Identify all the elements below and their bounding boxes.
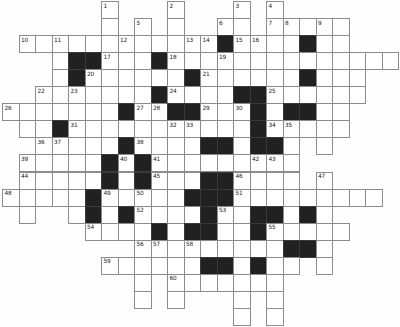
cell-r12c7[interactable]: 49	[101, 189, 119, 207]
cell-r6c6[interactable]	[85, 86, 103, 104]
black-cell-r9c8	[118, 137, 136, 155]
clue-number-31: 31	[71, 122, 78, 128]
cell-r7c9[interactable]: 27	[134, 103, 152, 121]
cell-r10c3[interactable]	[35, 154, 53, 172]
clue-number-30: 30	[236, 105, 243, 111]
crossword-grid: 1234567891011121314151617181920212223242…	[0, 0, 400, 327]
cell-r9c6[interactable]	[85, 137, 103, 155]
cell-r10c14[interactable]	[217, 154, 235, 172]
clue-number-10: 10	[21, 37, 28, 43]
cell-r3c17[interactable]	[266, 35, 284, 53]
black-cell-r4c10	[151, 52, 169, 70]
cell-r16c8[interactable]	[118, 257, 136, 275]
cell-r3c18[interactable]	[283, 35, 301, 53]
cell-r5c17[interactable]	[266, 69, 284, 87]
clue-number-48: 48	[5, 190, 12, 196]
cell-r8c19[interactable]	[299, 120, 317, 138]
clue-number-53: 53	[219, 207, 226, 213]
cell-r16c10[interactable]	[151, 257, 169, 275]
black-cell-r12c13	[200, 189, 218, 207]
clue-number-24: 24	[170, 88, 177, 94]
cell-r9c18[interactable]	[283, 137, 301, 155]
cell-r2c9[interactable]: 5	[134, 18, 152, 36]
cell-r9c11[interactable]	[167, 137, 185, 155]
cell-r12c17[interactable]	[266, 189, 284, 207]
cell-r12c22[interactable]	[349, 189, 367, 207]
cell-r11c20[interactable]: 47	[316, 172, 334, 190]
clue-number-19: 19	[219, 54, 226, 60]
cell-r3c10[interactable]	[151, 35, 169, 53]
cell-r17c9[interactable]	[134, 274, 152, 292]
cell-r14c8[interactable]	[118, 223, 136, 241]
cell-r4c9[interactable]	[134, 52, 152, 70]
cell-r4c23[interactable]	[365, 52, 383, 70]
clue-number-45: 45	[153, 173, 160, 179]
clue-number-55: 55	[269, 224, 276, 230]
clue-number-5: 5	[137, 20, 140, 26]
black-cell-r13c19	[299, 206, 317, 224]
clue-number-36: 36	[38, 139, 45, 145]
cell-r11c5[interactable]	[68, 172, 86, 190]
cell-r5c16[interactable]	[250, 69, 268, 87]
cell-r14c6[interactable]: 54	[85, 223, 103, 241]
black-cell-r8c4	[52, 120, 70, 138]
cell-r6c12[interactable]	[184, 86, 202, 104]
black-cell-r9c16	[250, 137, 268, 155]
cell-r14c21[interactable]	[332, 223, 350, 241]
cell-r10c6[interactable]	[85, 154, 103, 172]
clue-number-8: 8	[285, 20, 288, 26]
cell-r10c12[interactable]	[184, 154, 202, 172]
cell-r10c17[interactable]: 43	[266, 154, 284, 172]
cell-r10c15[interactable]	[233, 154, 251, 172]
cell-r7c15[interactable]: 30	[233, 103, 251, 121]
cell-r8c8[interactable]	[118, 120, 136, 138]
crossword-puzzle: 1234567891011121314151617181920212223242…	[0, 0, 400, 327]
cell-r6c18[interactable]	[283, 86, 301, 104]
clue-number-38: 38	[137, 139, 144, 145]
cell-r13c5[interactable]	[68, 206, 86, 224]
clue-number-49: 49	[104, 190, 111, 196]
cell-r12c10[interactable]	[151, 189, 169, 207]
cell-r12c19[interactable]	[299, 189, 317, 207]
clue-number-26: 26	[5, 105, 12, 111]
cell-r16c15[interactable]	[233, 257, 251, 275]
cell-r12c8[interactable]	[118, 189, 136, 207]
cell-r8c6[interactable]	[85, 120, 103, 138]
cell-r14c18[interactable]	[283, 223, 301, 241]
cell-r5c15[interactable]	[233, 69, 251, 87]
cell-r5c18[interactable]	[283, 69, 301, 87]
cell-r4c21[interactable]	[332, 52, 350, 70]
cell-r14c19[interactable]	[299, 223, 317, 241]
clue-number-25: 25	[269, 88, 276, 94]
cell-r3c16[interactable]: 16	[250, 35, 268, 53]
cell-r9c5[interactable]	[68, 137, 86, 155]
cell-r3c4[interactable]: 11	[52, 35, 70, 53]
black-cell-r16c14	[217, 257, 235, 275]
clue-number-41: 41	[153, 156, 160, 162]
cell-r10c5[interactable]	[68, 154, 86, 172]
cell-r15c14[interactable]	[217, 240, 235, 258]
cell-r2c17[interactable]: 7	[266, 18, 284, 36]
black-cell-r11c9	[134, 172, 152, 190]
cell-r2c11[interactable]	[167, 18, 185, 36]
clue-number-42: 42	[252, 156, 259, 162]
clue-number-18: 18	[170, 54, 177, 60]
cell-r12c21[interactable]	[332, 189, 350, 207]
cell-r11c12[interactable]	[184, 172, 202, 190]
cell-r16c9[interactable]	[134, 257, 152, 275]
cell-r10c2[interactable]: 39	[19, 154, 37, 172]
cell-r3c5[interactable]	[68, 35, 86, 53]
cell-r4c22[interactable]	[349, 52, 367, 70]
cell-r5c6[interactable]: 20	[85, 69, 103, 87]
cell-r4c15[interactable]	[233, 52, 251, 70]
clue-number-34: 34	[269, 122, 276, 128]
cell-r12c9[interactable]: 50	[134, 189, 152, 207]
cell-r6c8[interactable]	[118, 86, 136, 104]
cell-r17c12[interactable]	[184, 274, 202, 292]
cell-r14c7[interactable]	[101, 223, 119, 241]
cell-r11c2[interactable]: 44	[19, 172, 37, 190]
cell-r10c8[interactable]: 40	[118, 154, 136, 172]
cell-r15c13[interactable]	[200, 240, 218, 258]
black-cell-r11c13	[200, 172, 218, 190]
cell-r8c17[interactable]: 34	[266, 120, 284, 138]
cell-r4c8[interactable]	[118, 52, 136, 70]
cell-r2c20[interactable]: 9	[316, 18, 334, 36]
cell-r11c15[interactable]: 46	[233, 172, 251, 190]
cell-r15c15[interactable]	[233, 240, 251, 258]
cell-r10c4[interactable]	[52, 154, 70, 172]
cell-r15c12[interactable]: 58	[184, 240, 202, 258]
cell-r7c20[interactable]	[316, 103, 334, 121]
cell-r7c1[interactable]: 26	[2, 103, 20, 121]
cell-r11c11[interactable]	[167, 172, 185, 190]
cell-r11c17[interactable]	[266, 172, 284, 190]
cell-r11c16[interactable]	[250, 172, 268, 190]
black-cell-r12c14	[217, 189, 235, 207]
cell-r1c11[interactable]: 2	[167, 1, 185, 19]
cell-r8c3[interactable]	[35, 120, 53, 138]
cell-r5c20[interactable]	[316, 69, 334, 87]
cell-r6c9[interactable]	[134, 86, 152, 104]
cell-r17c11[interactable]: 60	[167, 274, 185, 292]
cell-r13c11[interactable]	[167, 206, 185, 224]
clue-number-6: 6	[219, 20, 222, 26]
cell-r16c17[interactable]	[266, 257, 284, 275]
cell-r11c6[interactable]	[85, 172, 103, 190]
cell-r4c12[interactable]	[184, 52, 202, 70]
cell-r9c4[interactable]: 37	[52, 137, 70, 155]
cell-r8c14[interactable]	[217, 120, 235, 138]
black-cell-r9c17	[266, 137, 284, 155]
cell-r6c22[interactable]	[349, 86, 367, 104]
cell-r7c2[interactable]	[19, 103, 37, 121]
clue-number-15: 15	[236, 37, 243, 43]
cell-r13c18[interactable]	[283, 206, 301, 224]
cell-r16c20[interactable]	[316, 257, 334, 275]
cell-r6c17[interactable]: 25	[266, 86, 284, 104]
cell-r8c21[interactable]	[332, 120, 350, 138]
cell-r9c3[interactable]: 36	[35, 137, 53, 155]
cell-r8c13[interactable]	[200, 120, 218, 138]
cell-r7c3[interactable]	[35, 103, 53, 121]
cell-r5c10[interactable]	[151, 69, 169, 87]
clue-number-3: 3	[236, 3, 239, 9]
cell-r13c2[interactable]	[19, 206, 37, 224]
cell-r4c16[interactable]	[250, 52, 268, 70]
clue-number-60: 60	[170, 275, 177, 281]
cell-r2c7[interactable]	[101, 18, 119, 36]
clue-number-44: 44	[21, 173, 28, 179]
cell-r7c10[interactable]: 28	[151, 103, 169, 121]
cell-r8c7[interactable]	[101, 120, 119, 138]
cell-r4c7[interactable]: 17	[101, 52, 119, 70]
cell-r3c7[interactable]	[101, 35, 119, 53]
clue-number-43: 43	[269, 156, 276, 162]
cell-r13c15[interactable]	[233, 206, 251, 224]
cell-r3c2[interactable]: 10	[19, 35, 37, 53]
cell-r12c2[interactable]	[19, 189, 37, 207]
black-cell-r4c6	[85, 52, 103, 70]
cell-r8c20[interactable]	[316, 120, 334, 138]
cell-r18c17[interactable]	[266, 291, 284, 309]
black-cell-r3c14	[217, 35, 235, 53]
black-cell-r8c16	[250, 120, 268, 138]
cell-r4c17[interactable]	[266, 52, 284, 70]
cell-r7c14[interactable]	[217, 103, 235, 121]
cell-r6c4[interactable]	[52, 86, 70, 104]
cell-r2c19[interactable]	[299, 18, 317, 36]
black-cell-r13c17	[266, 206, 284, 224]
cell-r16c12[interactable]	[184, 257, 202, 275]
cell-r6c3[interactable]: 22	[35, 86, 53, 104]
cell-r12c1[interactable]: 48	[2, 189, 20, 207]
cell-r19c15[interactable]	[233, 308, 251, 326]
cell-r18c15[interactable]	[233, 291, 251, 309]
cell-r3c20[interactable]	[316, 35, 334, 53]
cell-r4c20[interactable]	[316, 52, 334, 70]
black-cell-r15c18	[283, 240, 301, 258]
cell-r6c14[interactable]	[217, 86, 235, 104]
cell-r7c4[interactable]	[52, 103, 70, 121]
cell-r16c7[interactable]: 59	[101, 257, 119, 275]
cell-r17c15[interactable]	[233, 274, 251, 292]
cell-r12c11[interactable]	[167, 189, 185, 207]
cell-r7c6[interactable]	[85, 103, 103, 121]
cell-r1c15[interactable]: 3	[233, 1, 251, 19]
cell-r16c11[interactable]	[167, 257, 185, 275]
cell-r5c13[interactable]: 21	[200, 69, 218, 87]
cell-r4c19[interactable]	[299, 52, 317, 70]
cell-r2c21[interactable]	[332, 18, 350, 36]
cell-r17c17[interactable]	[266, 274, 284, 292]
cell-r14c15[interactable]	[233, 223, 251, 241]
cell-r9c20[interactable]	[316, 137, 334, 155]
cell-r13c12[interactable]	[184, 206, 202, 224]
cell-r3c13[interactable]: 14	[200, 35, 218, 53]
clue-number-9: 9	[318, 20, 321, 26]
black-cell-r7c8	[118, 103, 136, 121]
cell-r9c10[interactable]	[151, 137, 169, 155]
cell-r8c9[interactable]	[134, 120, 152, 138]
black-cell-r14c10	[151, 223, 169, 241]
cell-r7c13[interactable]: 29	[200, 103, 218, 121]
clue-number-16: 16	[252, 37, 259, 43]
cell-r10c16[interactable]: 42	[250, 154, 268, 172]
cell-r8c2[interactable]	[19, 120, 37, 138]
cell-r5c7[interactable]	[101, 69, 119, 87]
cell-r5c9[interactable]	[134, 69, 152, 87]
cell-r9c9[interactable]: 38	[134, 137, 152, 155]
cell-r15c10[interactable]: 57	[151, 240, 169, 258]
cell-r6c20[interactable]	[316, 86, 334, 104]
cell-r3c8[interactable]: 12	[118, 35, 136, 53]
cell-r11c8[interactable]	[118, 172, 136, 190]
cell-r9c15[interactable]	[233, 137, 251, 155]
clue-number-37: 37	[54, 139, 61, 145]
cell-r11c10[interactable]: 45	[151, 172, 169, 190]
cell-r2c14[interactable]: 6	[217, 18, 235, 36]
cell-r6c13[interactable]	[200, 86, 218, 104]
cell-r4c14[interactable]: 19	[217, 52, 235, 70]
clue-number-2: 2	[170, 3, 173, 9]
clue-number-40: 40	[120, 156, 127, 162]
cell-r5c22[interactable]	[349, 69, 367, 87]
cell-r10c13[interactable]	[200, 154, 218, 172]
cell-r6c19[interactable]	[299, 86, 317, 104]
cell-r3c11[interactable]	[167, 35, 185, 53]
black-cell-r13c16	[250, 206, 268, 224]
cell-r8c5[interactable]: 31	[68, 120, 86, 138]
cell-r14c9[interactable]	[134, 223, 152, 241]
cell-r3c21[interactable]	[332, 35, 350, 53]
black-cell-r6c16	[250, 86, 268, 104]
cell-r8c18[interactable]: 35	[283, 120, 301, 138]
black-cell-r13c13	[200, 206, 218, 224]
cell-r2c18[interactable]: 8	[283, 18, 301, 36]
clue-number-21: 21	[203, 71, 210, 77]
clue-number-13: 13	[186, 37, 193, 43]
cell-r9c12[interactable]	[184, 137, 202, 155]
black-cell-r10c7	[101, 154, 119, 172]
cell-r4c13[interactable]	[200, 52, 218, 70]
cell-r10c10[interactable]: 41	[151, 154, 169, 172]
cell-r4c18[interactable]	[283, 52, 301, 70]
cell-r12c15[interactable]: 51	[233, 189, 251, 207]
cell-r5c8[interactable]	[118, 69, 136, 87]
cell-r6c11[interactable]: 24	[167, 86, 185, 104]
cell-r12c18[interactable]	[283, 189, 301, 207]
cell-r14c17[interactable]: 55	[266, 223, 284, 241]
black-cell-r6c15	[233, 86, 251, 104]
cell-r12c16[interactable]	[250, 189, 268, 207]
cell-r18c9[interactable]	[134, 291, 152, 309]
cell-r10c11[interactable]	[167, 154, 185, 172]
cell-r8c15[interactable]	[233, 120, 251, 138]
cell-r9c7[interactable]	[101, 137, 119, 155]
cell-r15c11[interactable]	[167, 240, 185, 258]
cell-r13c7[interactable]	[101, 206, 119, 224]
cell-r13c14[interactable]: 53	[217, 206, 235, 224]
cell-r5c4[interactable]	[52, 69, 70, 87]
cell-r12c20[interactable]	[316, 189, 334, 207]
cell-r3c9[interactable]	[134, 35, 152, 53]
black-cell-r13c6	[85, 206, 103, 224]
cell-r7c7[interactable]	[101, 103, 119, 121]
cell-r6c21[interactable]	[332, 86, 350, 104]
cell-r7c5[interactable]	[68, 103, 86, 121]
black-cell-r10c9	[134, 154, 152, 172]
cell-r13c20[interactable]	[316, 206, 334, 224]
cell-r17c16[interactable]	[250, 274, 268, 292]
cell-r8c10[interactable]	[151, 120, 169, 138]
cell-r3c12[interactable]: 13	[184, 35, 202, 53]
cell-r5c14[interactable]	[217, 69, 235, 87]
cell-r7c17[interactable]	[266, 103, 284, 121]
cell-r16c18[interactable]	[283, 257, 301, 275]
cell-r17c14[interactable]	[217, 274, 235, 292]
cell-r12c3[interactable]	[35, 189, 53, 207]
cell-r12c23[interactable]	[365, 189, 383, 207]
cell-r1c17[interactable]: 4	[266, 1, 284, 19]
clue-number-51: 51	[236, 190, 243, 196]
cell-r6c7[interactable]	[101, 86, 119, 104]
cell-r3c15[interactable]: 15	[233, 35, 251, 53]
cell-r7c21[interactable]	[332, 103, 350, 121]
cell-r8c11[interactable]: 32	[167, 120, 185, 138]
cell-r1c7[interactable]: 1	[101, 1, 119, 19]
cell-r8c12[interactable]: 33	[184, 120, 202, 138]
cell-r3c3[interactable]	[35, 35, 53, 53]
cell-r11c18[interactable]	[283, 172, 301, 190]
cell-r2c15[interactable]	[233, 18, 251, 36]
cell-r11c4[interactable]	[52, 172, 70, 190]
clue-number-32: 32	[170, 122, 177, 128]
cell-r13c9[interactable]: 52	[134, 206, 152, 224]
cell-r5c11[interactable]	[167, 69, 185, 87]
cell-r6c5[interactable]: 23	[68, 86, 86, 104]
cell-r15c16[interactable]	[250, 240, 268, 258]
cell-r15c20[interactable]	[316, 240, 334, 258]
cell-r14c14[interactable]	[217, 223, 235, 241]
cell-r15c17[interactable]	[266, 240, 284, 258]
cell-r15c9[interactable]: 56	[134, 240, 152, 258]
black-cell-r9c14	[217, 137, 235, 155]
cell-r4c24[interactable]	[382, 52, 400, 70]
cell-r14c11[interactable]	[167, 223, 185, 241]
clue-number-33: 33	[186, 122, 193, 128]
cell-r17c13[interactable]	[200, 274, 218, 292]
cell-r19c17[interactable]	[266, 308, 284, 326]
cell-r11c3[interactable]	[35, 172, 53, 190]
cell-r10c18[interactable]	[283, 154, 301, 172]
cell-r13c10[interactable]	[151, 206, 169, 224]
cell-r3c6[interactable]	[85, 35, 103, 53]
cell-r4c4[interactable]	[52, 52, 70, 70]
cell-r4c11[interactable]: 18	[167, 52, 185, 70]
cell-r5c21[interactable]	[332, 69, 350, 87]
clue-number-57: 57	[153, 241, 160, 247]
cell-r18c11[interactable]	[167, 291, 185, 309]
cell-r14c20[interactable]	[316, 223, 334, 241]
cell-r12c4[interactable]	[52, 189, 70, 207]
cell-r12c5[interactable]	[68, 189, 86, 207]
clue-number-58: 58	[186, 241, 193, 247]
clue-number-52: 52	[137, 207, 144, 213]
